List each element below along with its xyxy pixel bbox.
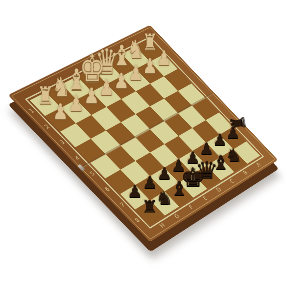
rank-label-1: 1 [24,106,40,117]
rank-label-3: 3 [54,137,70,148]
rank-label-2: 2 [39,121,55,132]
rank-label-6: 6 [100,184,115,195]
hinge [77,164,85,171]
rank-label-8: 8 [130,215,145,226]
chess-set-photo: HGFEDCBA12345678 ♞♝♛♚♝♞♜♟♟♟♟♟♟♟♟♟♟♟♟♟♟♟♟… [0,0,285,285]
rank-label-5: 5 [85,168,100,179]
rank-label-7: 7 [115,199,130,210]
chess-board: HGFEDCBA12345678 [8,25,278,242]
board-squares [30,40,260,225]
rank-label-4: 4 [70,153,86,164]
